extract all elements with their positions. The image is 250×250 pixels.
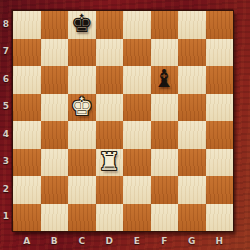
square-g4[interactable]: [178, 121, 206, 149]
square-g3[interactable]: [178, 149, 206, 177]
file-label-h: H: [206, 233, 234, 249]
square-b7[interactable]: [41, 39, 69, 67]
square-a8[interactable]: [13, 11, 41, 39]
square-c6[interactable]: [68, 66, 96, 94]
square-b8[interactable]: [41, 11, 69, 39]
square-c7[interactable]: [68, 39, 96, 67]
rank-label-2: 2: [0, 175, 12, 203]
file-label-c: C: [68, 233, 96, 249]
square-b2[interactable]: [41, 176, 69, 204]
white-rook[interactable]: ♜: [98, 149, 120, 174]
square-g5[interactable]: [178, 94, 206, 122]
square-b6[interactable]: [41, 66, 69, 94]
chess-board: ♚♝♚♜: [12, 10, 234, 232]
square-a7[interactable]: [13, 39, 41, 67]
square-f4[interactable]: [151, 121, 179, 149]
square-a3[interactable]: [13, 149, 41, 177]
file-label-a: A: [13, 233, 41, 249]
square-e5[interactable]: [123, 94, 151, 122]
square-a5[interactable]: [13, 94, 41, 122]
square-c5[interactable]: ♚: [68, 94, 96, 122]
file-label-g: G: [178, 233, 206, 249]
square-b5[interactable]: [41, 94, 69, 122]
square-f3[interactable]: [151, 149, 179, 177]
square-c4[interactable]: [68, 121, 96, 149]
square-g1[interactable]: [178, 204, 206, 232]
file-label-d: D: [96, 233, 124, 249]
square-e8[interactable]: [123, 11, 151, 39]
square-f2[interactable]: [151, 176, 179, 204]
square-d8[interactable]: [96, 11, 124, 39]
square-f6[interactable]: ♝: [151, 66, 179, 94]
square-f5[interactable]: [151, 94, 179, 122]
square-g8[interactable]: [178, 11, 206, 39]
square-d4[interactable]: [96, 121, 124, 149]
square-h1[interactable]: [206, 204, 234, 232]
square-d3[interactable]: ♜: [96, 149, 124, 177]
rank-label-4: 4: [0, 120, 12, 148]
square-g2[interactable]: [178, 176, 206, 204]
square-e7[interactable]: [123, 39, 151, 67]
square-d6[interactable]: [96, 66, 124, 94]
square-a2[interactable]: [13, 176, 41, 204]
square-h2[interactable]: [206, 176, 234, 204]
square-a4[interactable]: [13, 121, 41, 149]
black-king[interactable]: ♚: [71, 11, 93, 36]
white-king[interactable]: ♚: [71, 94, 93, 119]
square-d7[interactable]: [96, 39, 124, 67]
file-label-e: E: [123, 233, 151, 249]
square-c1[interactable]: [68, 204, 96, 232]
square-a1[interactable]: [13, 204, 41, 232]
square-d2[interactable]: [96, 176, 124, 204]
square-f1[interactable]: [151, 204, 179, 232]
square-h4[interactable]: [206, 121, 234, 149]
square-f8[interactable]: [151, 11, 179, 39]
rank-label-7: 7: [0, 38, 12, 66]
square-g6[interactable]: [178, 66, 206, 94]
square-e3[interactable]: [123, 149, 151, 177]
file-label-f: F: [151, 233, 179, 249]
rank-label-5: 5: [0, 93, 12, 121]
file-label-b: B: [41, 233, 69, 249]
chessboard-frame: ♚♝♚♜ 87654321 ABCDEFGH: [0, 0, 250, 250]
square-h7[interactable]: [206, 39, 234, 67]
square-d5[interactable]: [96, 94, 124, 122]
square-a6[interactable]: [13, 66, 41, 94]
rank-label-8: 8: [0, 10, 12, 38]
square-b1[interactable]: [41, 204, 69, 232]
square-e1[interactable]: [123, 204, 151, 232]
square-f7[interactable]: [151, 39, 179, 67]
square-b3[interactable]: [41, 149, 69, 177]
square-c2[interactable]: [68, 176, 96, 204]
rank-label-6: 6: [0, 65, 12, 93]
black-bishop[interactable]: ♝: [153, 66, 175, 91]
square-h6[interactable]: [206, 66, 234, 94]
square-e4[interactable]: [123, 121, 151, 149]
square-b4[interactable]: [41, 121, 69, 149]
square-d1[interactable]: [96, 204, 124, 232]
square-c8[interactable]: ♚: [68, 11, 96, 39]
rank-label-3: 3: [0, 148, 12, 176]
square-c3[interactable]: [68, 149, 96, 177]
square-h8[interactable]: [206, 11, 234, 39]
square-h3[interactable]: [206, 149, 234, 177]
square-h5[interactable]: [206, 94, 234, 122]
square-e2[interactable]: [123, 176, 151, 204]
square-g7[interactable]: [178, 39, 206, 67]
rank-label-1: 1: [0, 203, 12, 231]
square-e6[interactable]: [123, 66, 151, 94]
